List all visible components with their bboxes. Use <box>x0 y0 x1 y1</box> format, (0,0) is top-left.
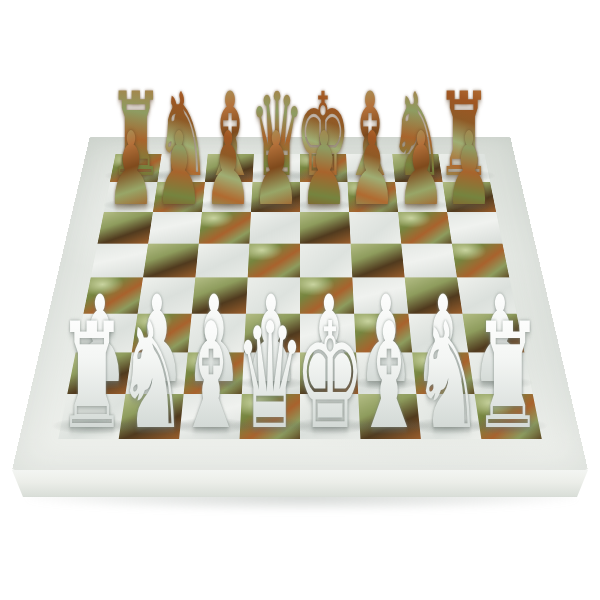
black-pawn-f7[interactable]: ♟ <box>348 119 396 220</box>
black-pawn-g7[interactable]: ♟ <box>397 119 445 220</box>
white-rook-h1[interactable]: ♜ <box>473 302 542 448</box>
chess-set-photo: ♜♞♝♛♚♝♞♜♟♟♟♟♟♟♟♟♟♟♟♟♟♟♟♟♜♞♝♛♚♝♞♜ <box>0 0 600 600</box>
pieces-layer: ♜♞♝♛♚♝♞♜♟♟♟♟♟♟♟♟♟♟♟♟♟♟♟♟♜♞♝♛♚♝♞♜ <box>0 0 600 600</box>
black-pawn-b7[interactable]: ♟ <box>155 119 203 220</box>
black-pawn-d7[interactable]: ♟ <box>252 119 300 220</box>
black-pawn-a7[interactable]: ♟ <box>107 119 155 220</box>
black-pawn-c7[interactable]: ♟ <box>204 119 252 220</box>
black-pawn-e7[interactable]: ♟ <box>300 119 348 220</box>
black-pawn-h7[interactable]: ♟ <box>445 119 493 220</box>
